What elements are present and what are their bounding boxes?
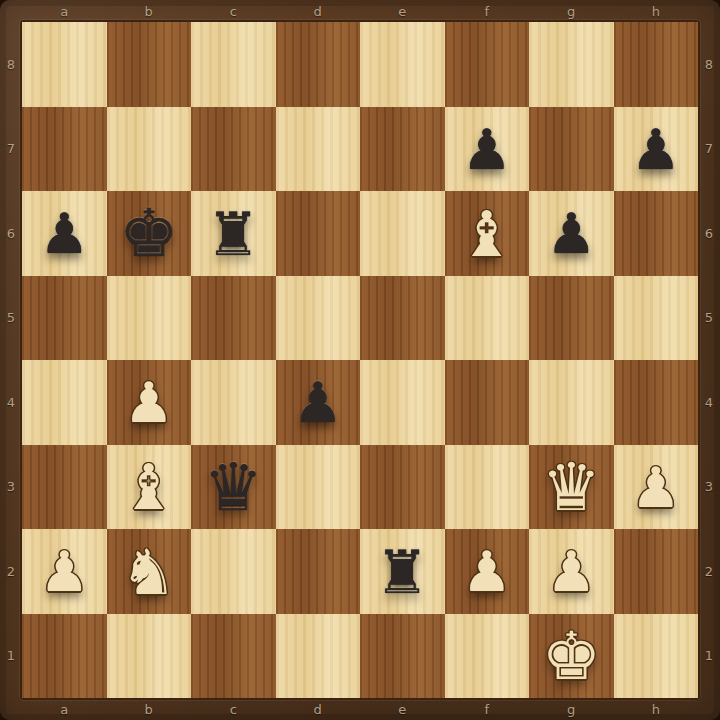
square-h8[interactable] [614, 22, 699, 107]
square-b1[interactable] [107, 614, 192, 699]
square-d5[interactable] [276, 276, 361, 361]
square-g5[interactable] [529, 276, 614, 361]
square-e7[interactable] [360, 107, 445, 192]
rank-label-left-1: 1 [0, 614, 22, 699]
square-d3[interactable] [276, 445, 361, 530]
file-label-top-h: h [614, 0, 699, 22]
square-g8[interactable] [529, 22, 614, 107]
square-c4[interactable] [191, 360, 276, 445]
square-f1[interactable] [445, 614, 530, 699]
square-d7[interactable] [276, 107, 361, 192]
square-e5[interactable] [360, 276, 445, 361]
board-squares: ♟♟♟♚♜♝♟♟♟♝♛♛♟♟♞♜♟♟♚ [22, 22, 698, 698]
square-b3[interactable]: ♝ [107, 445, 192, 530]
square-e4[interactable] [360, 360, 445, 445]
rank-label-right-6: 6 [698, 191, 720, 276]
piece-white-queen[interactable]: ♛ [529, 446, 614, 531]
square-a5[interactable] [22, 276, 107, 361]
square-b8[interactable] [107, 22, 192, 107]
piece-black-pawn[interactable]: ♟ [276, 361, 361, 446]
rank-label-right-1: 1 [698, 614, 720, 699]
file-label-bottom-d: d [276, 698, 361, 720]
square-e3[interactable] [360, 445, 445, 530]
square-b6[interactable]: ♚ [107, 191, 192, 276]
rank-label-right-7: 7 [698, 107, 720, 192]
square-h4[interactable] [614, 360, 699, 445]
square-h7[interactable]: ♟ [614, 107, 699, 192]
square-h6[interactable] [614, 191, 699, 276]
chess-board: abcdefgh abcdefgh 87654321 87654321 ♟♟♟♚… [0, 0, 720, 720]
square-c8[interactable] [191, 22, 276, 107]
piece-black-pawn[interactable]: ♟ [22, 192, 107, 277]
square-g1[interactable]: ♚ [529, 614, 614, 699]
piece-white-pawn[interactable]: ♟ [614, 446, 699, 531]
file-labels-top: abcdefgh [22, 0, 698, 22]
file-label-bottom-h: h [614, 698, 699, 720]
square-b2[interactable]: ♞ [107, 529, 192, 614]
square-c6[interactable]: ♜ [191, 191, 276, 276]
file-label-top-d: d [276, 0, 361, 22]
rank-label-left-2: 2 [0, 529, 22, 614]
piece-white-pawn[interactable]: ♟ [107, 361, 192, 446]
piece-black-rook[interactable]: ♜ [191, 192, 276, 277]
rank-label-right-8: 8 [698, 22, 720, 107]
square-c7[interactable] [191, 107, 276, 192]
square-h2[interactable] [614, 529, 699, 614]
square-c5[interactable] [191, 276, 276, 361]
square-a1[interactable] [22, 614, 107, 699]
square-a3[interactable] [22, 445, 107, 530]
square-d2[interactable] [276, 529, 361, 614]
square-c3[interactable]: ♛ [191, 445, 276, 530]
square-d4[interactable]: ♟ [276, 360, 361, 445]
rank-label-left-7: 7 [0, 107, 22, 192]
square-g6[interactable]: ♟ [529, 191, 614, 276]
square-b4[interactable]: ♟ [107, 360, 192, 445]
file-label-top-g: g [529, 0, 614, 22]
square-d8[interactable] [276, 22, 361, 107]
piece-black-queen[interactable]: ♛ [191, 446, 276, 531]
rank-label-right-3: 3 [698, 445, 720, 530]
file-label-top-c: c [191, 0, 276, 22]
file-label-bottom-g: g [529, 698, 614, 720]
rank-label-left-3: 3 [0, 445, 22, 530]
square-f2[interactable]: ♟ [445, 529, 530, 614]
square-c1[interactable] [191, 614, 276, 699]
file-label-top-b: b [107, 0, 192, 22]
square-d1[interactable] [276, 614, 361, 699]
file-labels-bottom: abcdefgh [22, 698, 698, 720]
square-f8[interactable] [445, 22, 530, 107]
square-g7[interactable] [529, 107, 614, 192]
piece-white-king[interactable]: ♚ [529, 615, 614, 700]
square-b5[interactable] [107, 276, 192, 361]
file-label-top-e: e [360, 0, 445, 22]
file-label-top-a: a [22, 0, 107, 22]
piece-black-pawn[interactable]: ♟ [614, 108, 699, 193]
piece-black-king[interactable]: ♚ [107, 192, 192, 277]
piece-white-pawn[interactable]: ♟ [529, 530, 614, 615]
square-a7[interactable] [22, 107, 107, 192]
file-label-bottom-b: b [107, 698, 192, 720]
rank-label-right-4: 4 [698, 360, 720, 445]
square-e1[interactable] [360, 614, 445, 699]
square-g3[interactable]: ♛ [529, 445, 614, 530]
rank-label-left-6: 6 [0, 191, 22, 276]
square-a8[interactable] [22, 22, 107, 107]
file-label-top-f: f [445, 0, 530, 22]
file-label-bottom-e: e [360, 698, 445, 720]
square-h5[interactable] [614, 276, 699, 361]
square-a6[interactable]: ♟ [22, 191, 107, 276]
square-f6[interactable]: ♝ [445, 191, 530, 276]
piece-black-pawn[interactable]: ♟ [529, 192, 614, 277]
square-e6[interactable] [360, 191, 445, 276]
rank-labels-right: 87654321 [698, 22, 720, 698]
square-b7[interactable] [107, 107, 192, 192]
square-f3[interactable] [445, 445, 530, 530]
file-label-bottom-c: c [191, 698, 276, 720]
square-h3[interactable]: ♟ [614, 445, 699, 530]
piece-black-rook[interactable]: ♜ [360, 530, 445, 615]
piece-white-pawn[interactable]: ♟ [445, 530, 530, 615]
piece-white-knight[interactable]: ♞ [107, 530, 192, 615]
piece-white-pawn[interactable]: ♟ [22, 530, 107, 615]
square-d6[interactable] [276, 191, 361, 276]
square-f4[interactable] [445, 360, 530, 445]
file-label-bottom-f: f [445, 698, 530, 720]
square-e8[interactable] [360, 22, 445, 107]
rank-label-right-5: 5 [698, 276, 720, 361]
rank-label-left-8: 8 [0, 22, 22, 107]
piece-black-pawn[interactable]: ♟ [445, 108, 530, 193]
square-c2[interactable] [191, 529, 276, 614]
square-f5[interactable] [445, 276, 530, 361]
rank-label-left-4: 4 [0, 360, 22, 445]
piece-white-bishop[interactable]: ♝ [107, 446, 192, 531]
rank-label-left-5: 5 [0, 276, 22, 361]
rank-label-right-2: 2 [698, 529, 720, 614]
rank-labels-left: 87654321 [0, 22, 22, 698]
square-g2[interactable]: ♟ [529, 529, 614, 614]
square-h1[interactable] [614, 614, 699, 699]
square-a4[interactable] [22, 360, 107, 445]
square-f7[interactable]: ♟ [445, 107, 530, 192]
piece-white-bishop[interactable]: ♝ [445, 192, 530, 277]
square-e2[interactable]: ♜ [360, 529, 445, 614]
file-label-bottom-a: a [22, 698, 107, 720]
square-a2[interactable]: ♟ [22, 529, 107, 614]
square-g4[interactable] [529, 360, 614, 445]
